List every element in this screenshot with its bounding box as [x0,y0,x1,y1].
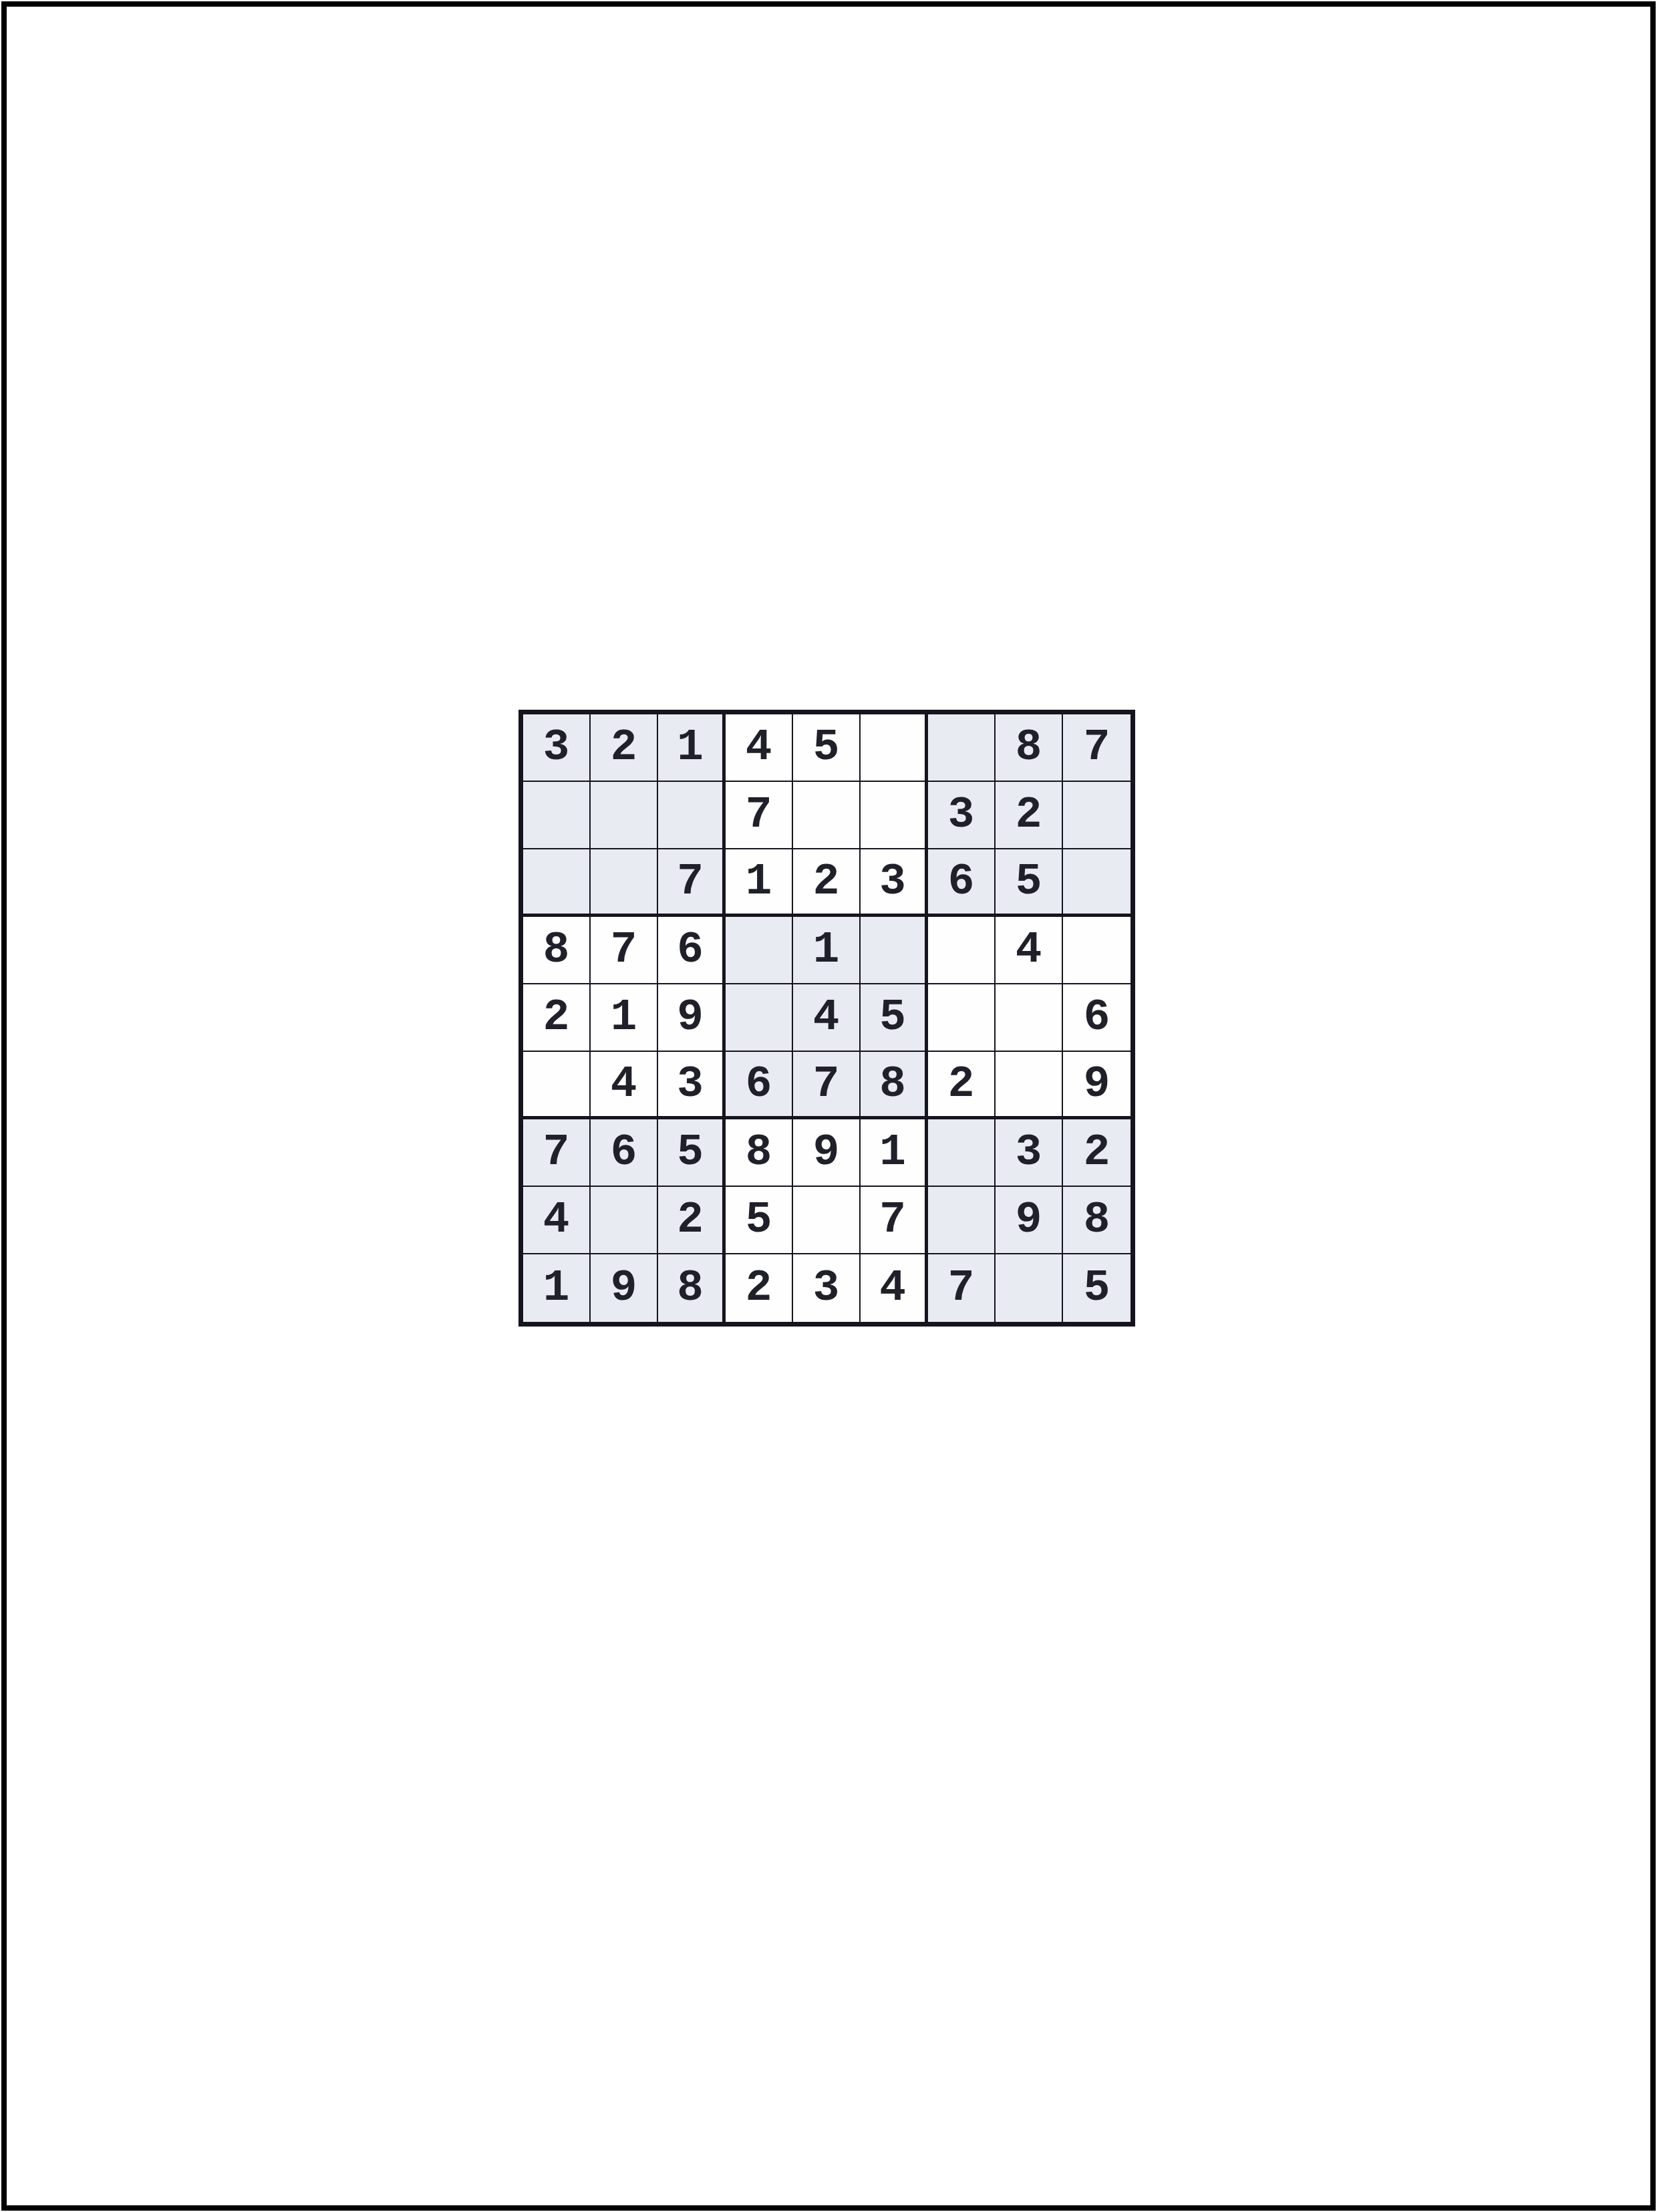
cell-r6c7-given[interactable]: 2 [928,1052,996,1119]
cell-r7c7-empty[interactable] [928,1119,996,1187]
cell-r6c5-given[interactable]: 7 [793,1052,861,1119]
cell-r8c4-given[interactable]: 5 [726,1187,793,1254]
cell-r5c3-given[interactable]: 9 [658,984,726,1052]
cell-r5c4-empty[interactable] [726,984,793,1052]
cell-r8c8-given[interactable]: 9 [996,1187,1063,1254]
cell-r3c3-given[interactable]: 7 [658,849,726,917]
cell-r4c7-empty[interactable] [928,917,996,984]
cell-r2c8-given[interactable]: 2 [996,782,1063,849]
cell-r1c2-given[interactable]: 2 [591,714,658,782]
cell-r4c2-given[interactable]: 7 [591,917,658,984]
cell-r3c6-given[interactable]: 3 [861,849,928,917]
cell-r2c4-given[interactable]: 7 [726,782,793,849]
cell-r6c6-given[interactable]: 8 [861,1052,928,1119]
cell-r8c6-given[interactable]: 7 [861,1187,928,1254]
cell-r8c3-given[interactable]: 2 [658,1187,726,1254]
cell-r8c1-given[interactable]: 4 [523,1187,591,1254]
cell-r2c5-empty[interactable] [793,782,861,849]
cell-r8c2-empty[interactable] [591,1187,658,1254]
cell-r7c9-given[interactable]: 2 [1063,1119,1131,1187]
cell-r5c2-given[interactable]: 1 [591,984,658,1052]
cell-r9c6-given[interactable]: 4 [861,1254,928,1322]
cell-r8c9-given[interactable]: 8 [1063,1187,1131,1254]
cell-r7c8-given[interactable]: 3 [996,1119,1063,1187]
cell-r5c7-empty[interactable] [928,984,996,1052]
cell-r2c2-empty[interactable] [591,782,658,849]
cell-r1c7-empty[interactable] [928,714,996,782]
cell-r2c1-empty[interactable] [523,782,591,849]
cell-r7c5-given[interactable]: 9 [793,1119,861,1187]
cell-r7c6-given[interactable]: 1 [861,1119,928,1187]
cell-r8c7-empty[interactable] [928,1187,996,1254]
cell-r7c3-given[interactable]: 5 [658,1119,726,1187]
cell-r4c4-empty[interactable] [726,917,793,984]
cell-r2c9-empty[interactable] [1063,782,1131,849]
cell-r9c1-given[interactable]: 1 [523,1254,591,1322]
cell-r4c6-empty[interactable] [861,917,928,984]
cell-r6c8-empty[interactable] [996,1052,1063,1119]
cell-r9c9-given[interactable]: 5 [1063,1254,1131,1322]
cell-r5c9-given[interactable]: 6 [1063,984,1131,1052]
cell-r9c7-given[interactable]: 7 [928,1254,996,1322]
cell-r3c8-given[interactable]: 5 [996,849,1063,917]
sudoku-board: 3214587732712365876142194564367829765891… [518,710,1135,1327]
cell-r9c4-given[interactable]: 2 [726,1254,793,1322]
cell-r3c4-given[interactable]: 1 [726,849,793,917]
cell-r6c3-given[interactable]: 3 [658,1052,726,1119]
cell-r5c5-given[interactable]: 4 [793,984,861,1052]
cell-r6c4-given[interactable]: 6 [726,1052,793,1119]
cell-r9c8-empty[interactable] [996,1254,1063,1322]
cell-r9c3-given[interactable]: 8 [658,1254,726,1322]
cell-r5c6-given[interactable]: 5 [861,984,928,1052]
cell-r1c9-given[interactable]: 7 [1063,714,1131,782]
cell-r1c4-given[interactable]: 4 [726,714,793,782]
cell-r6c9-given[interactable]: 9 [1063,1052,1131,1119]
cell-r1c5-given[interactable]: 5 [793,714,861,782]
cell-r4c5-given[interactable]: 1 [793,917,861,984]
cell-r3c5-given[interactable]: 2 [793,849,861,917]
cell-r6c1-empty[interactable] [523,1052,591,1119]
cell-r5c8-empty[interactable] [996,984,1063,1052]
cell-r3c1-empty[interactable] [523,849,591,917]
cell-r2c3-empty[interactable] [658,782,726,849]
cell-r6c2-given[interactable]: 4 [591,1052,658,1119]
cell-r4c9-empty[interactable] [1063,917,1131,984]
cell-r4c8-given[interactable]: 4 [996,917,1063,984]
cell-r1c1-given[interactable]: 3 [523,714,591,782]
cell-r1c8-given[interactable]: 8 [996,714,1063,782]
cell-r9c5-given[interactable]: 3 [793,1254,861,1322]
cell-r7c2-given[interactable]: 6 [591,1119,658,1187]
cell-r8c5-empty[interactable] [793,1187,861,1254]
cell-r7c1-given[interactable]: 7 [523,1119,591,1187]
cell-r7c4-given[interactable]: 8 [726,1119,793,1187]
cell-r2c6-empty[interactable] [861,782,928,849]
cell-r3c9-empty[interactable] [1063,849,1131,917]
cell-r5c1-given[interactable]: 2 [523,984,591,1052]
cell-r4c1-given[interactable]: 8 [523,917,591,984]
cell-r1c3-given[interactable]: 1 [658,714,726,782]
cell-r3c7-given[interactable]: 6 [928,849,996,917]
cell-r2c7-given[interactable]: 3 [928,782,996,849]
cell-r4c3-given[interactable]: 6 [658,917,726,984]
cell-r3c2-empty[interactable] [591,849,658,917]
cell-r1c6-empty[interactable] [861,714,928,782]
cell-r9c2-given[interactable]: 9 [591,1254,658,1322]
sudoku-grid: 3214587732712365876142194564367829765891… [523,714,1131,1322]
